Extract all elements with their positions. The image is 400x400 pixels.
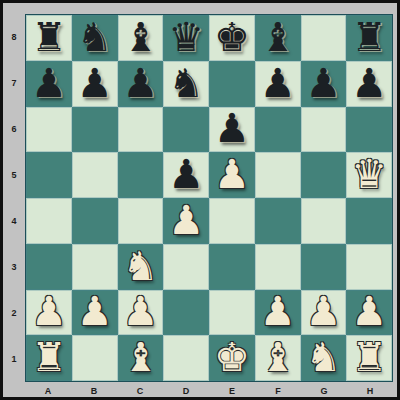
square-g7[interactable]: ♟ [301, 61, 347, 107]
square-a7[interactable]: ♟ [26, 61, 72, 107]
square-e2[interactable] [209, 290, 255, 336]
piece-white-knight[interactable]: ♞ [305, 337, 341, 377]
square-g6[interactable] [301, 107, 347, 153]
file-label-a: A [25, 383, 71, 398]
piece-white-bishop[interactable]: ♝ [260, 337, 296, 377]
square-a1[interactable]: ♜ [26, 335, 72, 381]
piece-white-queen[interactable]: ♛ [351, 154, 387, 194]
square-h3[interactable] [346, 244, 392, 290]
square-g1[interactable]: ♞ [301, 335, 347, 381]
square-a5[interactable] [26, 152, 72, 198]
square-d1[interactable] [163, 335, 209, 381]
square-a4[interactable] [26, 198, 72, 244]
piece-black-pawn[interactable]: ♟ [305, 63, 341, 103]
piece-white-rook[interactable]: ♜ [351, 337, 387, 377]
square-d3[interactable] [163, 244, 209, 290]
square-d2[interactable] [163, 290, 209, 336]
rank-label-4: 4 [3, 198, 25, 244]
piece-white-pawn[interactable]: ♟ [168, 200, 204, 240]
square-e8[interactable]: ♚ [209, 15, 255, 61]
board-frame: 87654321 ABCDEFGH ♜♞♝♛♚♝♜♟♟♟♞♟♟♟♟♟♟♛♟♞♟♟… [3, 3, 397, 397]
square-e3[interactable] [209, 244, 255, 290]
square-d6[interactable] [163, 107, 209, 153]
square-a3[interactable] [26, 244, 72, 290]
square-f8[interactable]: ♝ [255, 15, 301, 61]
piece-white-bishop[interactable]: ♝ [122, 337, 158, 377]
square-d5[interactable]: ♟ [163, 152, 209, 198]
square-a8[interactable]: ♜ [26, 15, 72, 61]
square-e5[interactable]: ♟ [209, 152, 255, 198]
piece-black-queen[interactable]: ♛ [168, 17, 204, 57]
piece-black-pawn[interactable]: ♟ [122, 63, 158, 103]
piece-black-pawn[interactable]: ♟ [351, 63, 387, 103]
square-c1[interactable]: ♝ [118, 335, 164, 381]
file-label-f: F [255, 383, 301, 398]
square-b7[interactable]: ♟ [72, 61, 118, 107]
square-h8[interactable]: ♜ [346, 15, 392, 61]
piece-black-king[interactable]: ♚ [214, 17, 250, 57]
piece-white-pawn[interactable]: ♟ [260, 291, 296, 331]
rank-label-2: 2 [3, 290, 25, 336]
square-c3[interactable]: ♞ [118, 244, 164, 290]
piece-black-pawn[interactable]: ♟ [260, 63, 296, 103]
piece-black-pawn[interactable]: ♟ [77, 63, 113, 103]
square-b5[interactable] [72, 152, 118, 198]
square-f1[interactable]: ♝ [255, 335, 301, 381]
rank-label-7: 7 [3, 60, 25, 106]
square-b2[interactable]: ♟ [72, 290, 118, 336]
rank-label-8: 8 [3, 14, 25, 60]
square-d4[interactable]: ♟ [163, 198, 209, 244]
square-h6[interactable] [346, 107, 392, 153]
square-f7[interactable]: ♟ [255, 61, 301, 107]
square-f2[interactable]: ♟ [255, 290, 301, 336]
square-g2[interactable]: ♟ [301, 290, 347, 336]
piece-black-bishop[interactable]: ♝ [122, 17, 158, 57]
piece-white-pawn[interactable]: ♟ [214, 154, 250, 194]
square-c4[interactable] [118, 198, 164, 244]
square-h4[interactable] [346, 198, 392, 244]
square-c7[interactable]: ♟ [118, 61, 164, 107]
square-c8[interactable]: ♝ [118, 15, 164, 61]
file-label-e: E [209, 383, 255, 398]
piece-white-pawn[interactable]: ♟ [77, 291, 113, 331]
square-h5[interactable]: ♛ [346, 152, 392, 198]
square-d8[interactable]: ♛ [163, 15, 209, 61]
rank-label-1: 1 [3, 336, 25, 382]
piece-black-rook[interactable]: ♜ [351, 17, 387, 57]
piece-white-knight[interactable]: ♞ [122, 246, 158, 286]
chessboard-window: 87654321 ABCDEFGH ♜♞♝♛♚♝♜♟♟♟♞♟♟♟♟♟♟♛♟♞♟♟… [0, 0, 400, 400]
square-b4[interactable] [72, 198, 118, 244]
piece-white-pawn[interactable]: ♟ [31, 291, 67, 331]
square-c2[interactable]: ♟ [118, 290, 164, 336]
rank-label-3: 3 [3, 244, 25, 290]
square-h7[interactable]: ♟ [346, 61, 392, 107]
square-g4[interactable] [301, 198, 347, 244]
square-e4[interactable] [209, 198, 255, 244]
file-label-b: B [71, 383, 117, 398]
piece-black-knight[interactable]: ♞ [77, 17, 113, 57]
square-c5[interactable] [118, 152, 164, 198]
square-g8[interactable] [301, 15, 347, 61]
piece-black-pawn[interactable]: ♟ [214, 108, 250, 148]
rank-labels: 87654321 [3, 14, 25, 382]
square-b1[interactable] [72, 335, 118, 381]
square-e1[interactable]: ♚ [209, 335, 255, 381]
square-b3[interactable] [72, 244, 118, 290]
square-h1[interactable]: ♜ [346, 335, 392, 381]
square-e7[interactable] [209, 61, 255, 107]
piece-white-pawn[interactable]: ♟ [351, 291, 387, 331]
rank-label-5: 5 [3, 152, 25, 198]
piece-black-rook[interactable]: ♜ [31, 17, 67, 57]
piece-black-pawn[interactable]: ♟ [168, 154, 204, 194]
piece-white-king[interactable]: ♚ [214, 337, 250, 377]
square-h2[interactable]: ♟ [346, 290, 392, 336]
chess-board: ♜♞♝♛♚♝♜♟♟♟♞♟♟♟♟♟♟♛♟♞♟♟♟♟♟♟♜♝♚♝♞♜ [25, 14, 393, 382]
file-label-g: G [301, 383, 347, 398]
square-d7[interactable]: ♞ [163, 61, 209, 107]
piece-black-bishop[interactable]: ♝ [260, 17, 296, 57]
square-g3[interactable] [301, 244, 347, 290]
square-c6[interactable] [118, 107, 164, 153]
square-f6[interactable] [255, 107, 301, 153]
square-e6[interactable]: ♟ [209, 107, 255, 153]
rank-label-6: 6 [3, 106, 25, 152]
square-b6[interactable] [72, 107, 118, 153]
file-label-c: C [117, 383, 163, 398]
piece-white-pawn[interactable]: ♟ [305, 291, 341, 331]
square-f5[interactable] [255, 152, 301, 198]
piece-white-rook[interactable]: ♜ [31, 337, 67, 377]
square-g5[interactable] [301, 152, 347, 198]
square-f3[interactable] [255, 244, 301, 290]
square-f4[interactable] [255, 198, 301, 244]
square-a2[interactable]: ♟ [26, 290, 72, 336]
piece-white-pawn[interactable]: ♟ [122, 291, 158, 331]
square-b8[interactable]: ♞ [72, 15, 118, 61]
file-label-d: D [163, 383, 209, 398]
file-label-h: H [347, 383, 393, 398]
piece-black-pawn[interactable]: ♟ [31, 63, 67, 103]
square-a6[interactable] [26, 107, 72, 153]
file-labels: ABCDEFGH [25, 383, 393, 398]
piece-black-knight[interactable]: ♞ [168, 63, 204, 103]
